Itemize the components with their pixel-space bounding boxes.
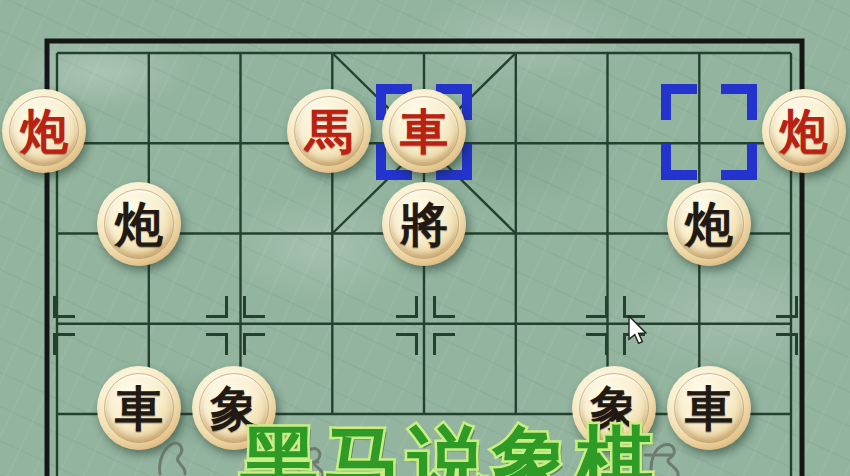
xiangqi-board-screenshot: 炮馬車炮炮將炮車象象車 黑马说象棋 黑马说象棋 bbox=[0, 0, 850, 476]
piece-char: 車 bbox=[685, 384, 733, 432]
piece-char: 炮 bbox=[685, 200, 733, 248]
piece-char: 象 bbox=[590, 384, 638, 432]
piece-char: 馬 bbox=[305, 107, 353, 155]
piece-red-cannon-right[interactable]: 炮 bbox=[762, 89, 846, 173]
piece-char: 象 bbox=[210, 384, 258, 432]
piece-black-chariot-left[interactable]: 車 bbox=[97, 366, 181, 450]
piece-char: 車 bbox=[115, 384, 163, 432]
piece-black-elephant-right[interactable]: 象 bbox=[572, 366, 656, 450]
piece-red-chariot[interactable]: 車 bbox=[382, 89, 466, 173]
piece-red-horse[interactable]: 馬 bbox=[287, 89, 371, 173]
piece-char: 將 bbox=[400, 200, 448, 248]
pieces-layer[interactable]: 炮馬車炮炮將炮車象象車 bbox=[0, 0, 850, 476]
piece-black-chariot-right[interactable]: 車 bbox=[667, 366, 751, 450]
piece-char: 炮 bbox=[20, 107, 68, 155]
piece-char: 炮 bbox=[115, 200, 163, 248]
piece-black-cannon-right[interactable]: 炮 bbox=[667, 182, 751, 266]
piece-char: 車 bbox=[400, 107, 448, 155]
piece-char: 炮 bbox=[780, 107, 828, 155]
piece-black-general[interactable]: 將 bbox=[382, 182, 466, 266]
piece-black-elephant-left[interactable]: 象 bbox=[192, 366, 276, 450]
piece-black-cannon-left[interactable]: 炮 bbox=[97, 182, 181, 266]
piece-red-cannon-left[interactable]: 炮 bbox=[2, 89, 86, 173]
